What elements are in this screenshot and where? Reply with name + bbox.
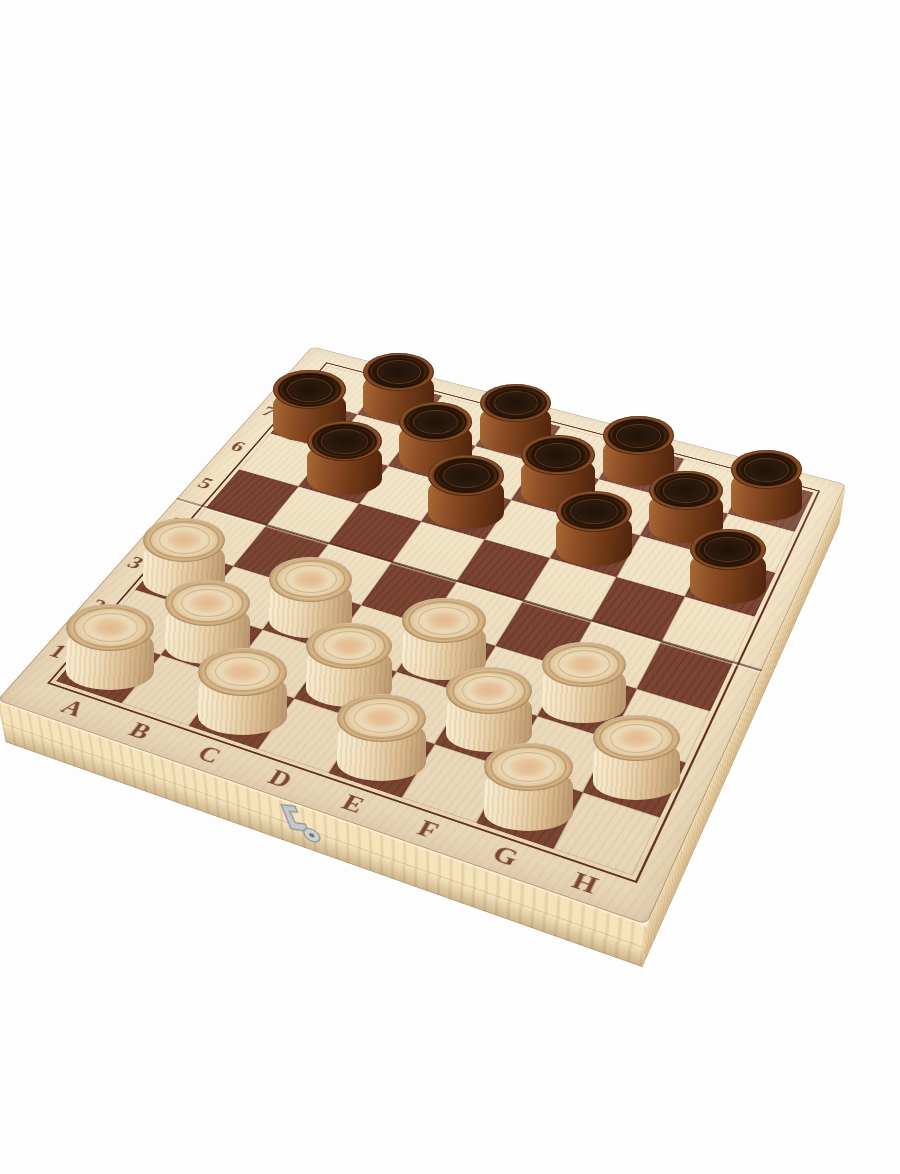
- light-piece-g1[interactable]: [484, 743, 573, 831]
- piece-groove-ring: [704, 537, 751, 562]
- piece-groove-ring: [443, 463, 490, 488]
- pieces-layer: [0, 0, 900, 1174]
- piece-top: [521, 435, 595, 475]
- piece-groove-ring: [413, 410, 458, 435]
- light-piece-c1[interactable]: [198, 648, 287, 735]
- piece-groove-ring: [418, 607, 470, 635]
- light-piece-f2[interactable]: [446, 667, 532, 752]
- piece-top: [428, 455, 504, 496]
- piece-groove-ring: [323, 631, 376, 660]
- dark-piece-h6[interactable]: [690, 529, 766, 604]
- piece-top: [690, 529, 766, 570]
- piece-groove-ring: [558, 650, 610, 678]
- light-piece-h2[interactable]: [593, 715, 680, 800]
- piece-groove-ring: [616, 424, 660, 448]
- piece-groove-ring: [159, 526, 210, 554]
- piece-groove-ring: [744, 458, 788, 482]
- piece-top: [198, 648, 287, 696]
- piece-top: [307, 421, 382, 462]
- light-piece-e1[interactable]: [337, 694, 426, 781]
- piece-top: [402, 598, 485, 643]
- piece-top: [556, 491, 632, 532]
- piece-top: [603, 416, 675, 455]
- piece-groove-ring: [494, 391, 538, 415]
- piece-top: [306, 623, 392, 669]
- piece-groove-ring: [535, 443, 581, 468]
- piece-top: [649, 471, 723, 511]
- dark-piece-b6[interactable]: [307, 421, 382, 495]
- piece-groove-ring: [570, 499, 617, 524]
- piece-groove-ring: [501, 752, 556, 782]
- piece-top: [593, 715, 680, 762]
- piece-groove-ring: [287, 378, 332, 402]
- piece-groove-ring: [663, 478, 709, 503]
- piece-top: [337, 694, 426, 742]
- piece-groove-ring: [610, 724, 664, 753]
- piece-top: [446, 667, 532, 713]
- piece-top: [143, 518, 225, 562]
- scene: 87654321 ABCDEFGH: [0, 0, 900, 1174]
- piece-top: [542, 642, 626, 687]
- light-piece-g3[interactable]: [542, 642, 626, 724]
- photo-background: 87654321 ABCDEFGH: [0, 0, 900, 1174]
- dark-piece-d6[interactable]: [428, 455, 504, 529]
- piece-top: [399, 402, 472, 442]
- light-piece-a1[interactable]: [66, 604, 154, 690]
- dark-piece-h8[interactable]: [731, 450, 803, 520]
- piece-top: [269, 557, 352, 602]
- piece-groove-ring: [83, 613, 138, 642]
- piece-top: [363, 353, 434, 391]
- piece-groove-ring: [354, 703, 409, 733]
- piece-groove-ring: [462, 676, 515, 705]
- dark-piece-f6[interactable]: [556, 491, 632, 565]
- piece-top: [165, 580, 250, 626]
- piece-top: [731, 450, 803, 489]
- piece-groove-ring: [321, 429, 368, 454]
- piece-top: [484, 743, 573, 791]
- piece-groove-ring: [285, 565, 336, 593]
- piece-groove-ring: [377, 360, 421, 384]
- piece-top: [480, 384, 551, 422]
